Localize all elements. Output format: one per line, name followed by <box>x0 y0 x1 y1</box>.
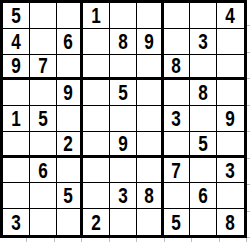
cell-digit: 5 <box>199 132 209 155</box>
faint-gridline-tick <box>247 237 250 238</box>
cell-digit: 6 <box>199 184 209 207</box>
cell-digit: 3 <box>118 184 128 207</box>
sudoku-board: 51446893978958153929567353863258 <box>0 0 247 238</box>
cell-r7c6[interactable] <box>137 158 164 184</box>
cell-r1c8[interactable] <box>190 3 217 29</box>
cell-r9c8[interactable] <box>190 209 217 235</box>
faint-gridline-tick <box>247 158 250 159</box>
cell-r7c7[interactable]: 7 <box>164 158 191 184</box>
cell-r4c8[interactable]: 8 <box>190 80 217 106</box>
cell-r9c5[interactable] <box>110 209 137 235</box>
cell-r8c9[interactable] <box>217 183 244 209</box>
cell-digit: 2 <box>64 132 74 155</box>
cell-digit: 3 <box>226 159 236 182</box>
cell-r8c5[interactable]: 3 <box>110 183 137 209</box>
cell-r5c3[interactable] <box>57 106 84 132</box>
cell-r3c8[interactable] <box>190 55 217 81</box>
cell-r3c1[interactable]: 9 <box>3 55 30 81</box>
cell-r2c6[interactable]: 9 <box>137 29 164 55</box>
cell-digit: 3 <box>172 107 182 130</box>
cell-r2c7[interactable] <box>164 29 191 55</box>
cell-r7c5[interactable] <box>110 158 137 184</box>
cell-digit: 6 <box>38 159 48 182</box>
cell-r3c4[interactable] <box>83 55 110 81</box>
cell-digit: 2 <box>91 211 101 234</box>
cell-r4c9[interactable] <box>217 80 244 106</box>
cell-r8c2[interactable] <box>30 183 57 209</box>
faint-gridline-tick <box>247 184 250 185</box>
cell-r8c4[interactable] <box>83 183 110 209</box>
cell-r8c6[interactable]: 8 <box>137 183 164 209</box>
faint-gridline-tick <box>247 211 250 212</box>
right-margin-gridline-stubs <box>247 0 250 238</box>
cell-r6c6[interactable] <box>137 132 164 158</box>
cell-r6c3[interactable]: 2 <box>57 132 84 158</box>
cell-r7c4[interactable] <box>83 158 110 184</box>
cell-r6c1[interactable] <box>3 132 30 158</box>
cell-r3c3[interactable] <box>57 55 84 81</box>
faint-gridline-tick <box>26 238 27 242</box>
cell-r3c7[interactable]: 8 <box>164 55 191 81</box>
cell-r1c1[interactable]: 5 <box>3 3 30 29</box>
cell-r5c1[interactable]: 1 <box>3 106 30 132</box>
cell-r6c9[interactable] <box>217 132 244 158</box>
cell-digit: 3 <box>11 211 21 234</box>
cell-digit: 4 <box>11 30 21 53</box>
cell-digit: 1 <box>11 107 21 130</box>
cell-r1c6[interactable] <box>137 3 164 29</box>
cell-digit: 5 <box>38 107 48 130</box>
cell-digit: 5 <box>118 81 128 104</box>
cell-r1c7[interactable] <box>164 3 191 29</box>
cell-digit: 8 <box>199 81 209 104</box>
cell-r3c6[interactable] <box>137 55 164 81</box>
cell-r4c3[interactable]: 9 <box>57 80 84 106</box>
faint-gridline-tick <box>247 105 250 106</box>
cell-r1c2[interactable] <box>30 3 57 29</box>
cell-digit: 8 <box>172 55 182 78</box>
cell-digit: 8 <box>226 211 236 234</box>
faint-gridline-tick <box>247 78 250 79</box>
cell-digit: 7 <box>38 55 48 78</box>
cell-r2c9[interactable] <box>217 29 244 55</box>
cell-r7c2[interactable]: 6 <box>30 158 57 184</box>
bottom-margin-gridline-stubs <box>0 238 250 242</box>
faint-gridline-tick <box>54 238 55 242</box>
cell-r7c9[interactable]: 3 <box>217 158 244 184</box>
cell-r2c2[interactable] <box>30 29 57 55</box>
cell-r7c1[interactable] <box>3 158 30 184</box>
cell-r7c3[interactable] <box>57 158 84 184</box>
cell-r3c2[interactable]: 7 <box>30 55 57 81</box>
faint-gridline-tick <box>246 238 247 242</box>
cell-r5c8[interactable] <box>190 106 217 132</box>
faint-gridline-tick <box>247 52 250 53</box>
cell-r6c7[interactable] <box>164 132 191 158</box>
cell-r2c4[interactable] <box>83 29 110 55</box>
cell-digit: 5 <box>11 4 21 27</box>
cell-r5c2[interactable]: 5 <box>30 106 57 132</box>
cell-r8c1[interactable] <box>3 183 30 209</box>
cell-digit: 3 <box>199 30 209 53</box>
cell-r8c8[interactable]: 6 <box>190 183 217 209</box>
cell-digit: 9 <box>11 55 21 78</box>
cell-digit: 1 <box>91 4 101 27</box>
faint-gridline-tick <box>247 25 250 26</box>
cell-r6c2[interactable] <box>30 132 57 158</box>
cell-digit: 4 <box>226 4 236 27</box>
cell-r9c1[interactable]: 3 <box>3 209 30 235</box>
cell-r5c6[interactable] <box>137 106 164 132</box>
cell-r4c2[interactable] <box>30 80 57 106</box>
cell-digit: 8 <box>118 30 128 53</box>
cell-r5c7[interactable]: 3 <box>164 106 191 132</box>
cell-r9c6[interactable] <box>137 209 164 235</box>
faint-gridline-tick <box>164 238 165 242</box>
cell-r6c4[interactable] <box>83 132 110 158</box>
cell-digit: 9 <box>118 132 128 155</box>
cell-digit: 9 <box>144 30 154 53</box>
cell-r8c3[interactable]: 5 <box>57 183 84 209</box>
cell-r8c7[interactable] <box>164 183 191 209</box>
faint-gridline-tick <box>247 131 250 132</box>
cell-r3c9[interactable] <box>217 55 244 81</box>
cell-r4c4[interactable] <box>83 80 110 106</box>
faint-gridline-tick <box>81 238 82 242</box>
cell-r6c8[interactable]: 5 <box>190 132 217 158</box>
cell-r4c5[interactable]: 5 <box>110 80 137 106</box>
cell-r6c5[interactable]: 9 <box>110 132 137 158</box>
cell-r2c8[interactable]: 3 <box>190 29 217 55</box>
cell-r9c4[interactable]: 2 <box>83 209 110 235</box>
cell-r5c9[interactable]: 9 <box>217 106 244 132</box>
cell-r1c5[interactable] <box>110 3 137 29</box>
cell-r9c7[interactable]: 5 <box>164 209 191 235</box>
cell-r4c7[interactable] <box>164 80 191 106</box>
cell-digit: 7 <box>172 159 182 182</box>
cell-r2c3[interactable]: 6 <box>57 29 84 55</box>
cell-r1c3[interactable] <box>57 3 84 29</box>
cell-digit: 6 <box>64 30 74 53</box>
cell-r2c1[interactable]: 4 <box>3 29 30 55</box>
cell-r1c9[interactable]: 4 <box>217 3 244 29</box>
faint-gridline-tick <box>136 238 137 242</box>
cell-r3c5[interactable] <box>110 55 137 81</box>
faint-gridline-tick <box>219 238 220 242</box>
sudoku-frame: 51446893978958153929567353863258 <box>0 0 250 242</box>
cell-digit: 9 <box>226 107 236 130</box>
cell-r9c2[interactable] <box>30 209 57 235</box>
cell-r5c4[interactable] <box>83 106 110 132</box>
cell-r5c5[interactable] <box>110 106 137 132</box>
cell-r9c9[interactable]: 8 <box>217 209 244 235</box>
cell-digit: 9 <box>64 81 74 104</box>
cell-r1c4[interactable]: 1 <box>83 3 110 29</box>
cell-r2c5[interactable]: 8 <box>110 29 137 55</box>
faint-gridline-tick <box>191 238 192 242</box>
cell-r4c1[interactable] <box>3 80 30 106</box>
faint-gridline-tick <box>109 238 110 242</box>
cell-r9c3[interactable] <box>57 209 84 235</box>
cell-r4c6[interactable] <box>137 80 164 106</box>
cell-digit: 8 <box>144 184 154 207</box>
cell-digit: 5 <box>64 184 74 207</box>
cell-r7c8[interactable] <box>190 158 217 184</box>
cell-digit: 5 <box>172 211 182 234</box>
